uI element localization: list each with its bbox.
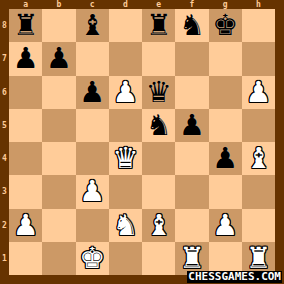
black-rook: ♜ xyxy=(13,9,39,42)
black-knight: ♞ xyxy=(179,9,205,42)
square-a8[interactable]: ♜ xyxy=(9,9,42,42)
black-pawn: ♟ xyxy=(79,76,105,109)
square-h6[interactable]: ♟ xyxy=(242,76,275,109)
square-d5[interactable] xyxy=(109,109,142,142)
square-c4[interactable] xyxy=(76,142,109,175)
black-bishop: ♝ xyxy=(79,9,105,42)
square-f4[interactable] xyxy=(175,142,208,175)
square-b5[interactable] xyxy=(42,109,75,142)
rank-label-7: 7 xyxy=(0,42,9,75)
black-knight: ♞ xyxy=(146,109,172,142)
square-c6[interactable]: ♟ xyxy=(76,76,109,109)
square-e6[interactable]: ♛ xyxy=(142,76,175,109)
square-a1[interactable] xyxy=(9,242,42,275)
file-label-a: a xyxy=(9,0,42,9)
square-a6[interactable] xyxy=(9,76,42,109)
square-e3[interactable] xyxy=(142,175,175,208)
square-d7[interactable] xyxy=(109,42,142,75)
white-bishop: ♝ xyxy=(146,209,172,242)
square-b8[interactable] xyxy=(42,9,75,42)
file-label-d: d xyxy=(109,0,142,9)
square-b6[interactable] xyxy=(42,76,75,109)
square-h8[interactable] xyxy=(242,9,275,42)
white-knight: ♞ xyxy=(112,209,138,242)
chessgames-watermark: CHESSGAMES.COM xyxy=(187,271,282,283)
square-b3[interactable] xyxy=(42,175,75,208)
square-c8[interactable]: ♝ xyxy=(76,9,109,42)
square-a3[interactable] xyxy=(9,175,42,208)
square-b1[interactable] xyxy=(42,242,75,275)
file-labels: abcdefgh xyxy=(9,0,275,9)
square-a5[interactable] xyxy=(9,109,42,142)
square-c3[interactable]: ♟ xyxy=(76,175,109,208)
white-pawn: ♟ xyxy=(245,76,271,109)
square-f8[interactable]: ♞ xyxy=(175,9,208,42)
chess-board: ♜♝♜♞♚♟♟♟♟♛♟♞♟♛♟♝♟♟♞♝♟♚♜♜ xyxy=(9,9,275,275)
white-king: ♚ xyxy=(79,242,105,275)
rank-label-6: 6 xyxy=(0,76,9,109)
square-d4[interactable]: ♛ xyxy=(109,142,142,175)
square-f7[interactable] xyxy=(175,42,208,75)
rank-label-5: 5 xyxy=(0,109,9,142)
square-b4[interactable] xyxy=(42,142,75,175)
square-e8[interactable]: ♜ xyxy=(142,9,175,42)
square-e7[interactable] xyxy=(142,42,175,75)
square-f6[interactable] xyxy=(175,76,208,109)
square-g6[interactable] xyxy=(209,76,242,109)
square-d1[interactable] xyxy=(109,242,142,275)
square-d8[interactable] xyxy=(109,9,142,42)
square-b2[interactable] xyxy=(42,209,75,242)
square-h7[interactable] xyxy=(242,42,275,75)
square-a2[interactable]: ♟ xyxy=(9,209,42,242)
white-pawn: ♟ xyxy=(112,76,138,109)
white-pawn: ♟ xyxy=(13,209,39,242)
square-b7[interactable]: ♟ xyxy=(42,42,75,75)
square-e4[interactable] xyxy=(142,142,175,175)
square-e2[interactable]: ♝ xyxy=(142,209,175,242)
rank-label-3: 3 xyxy=(0,175,9,208)
square-e1[interactable] xyxy=(142,242,175,275)
white-pawn: ♟ xyxy=(212,209,238,242)
square-h2[interactable] xyxy=(242,209,275,242)
white-pawn: ♟ xyxy=(79,175,105,208)
white-queen: ♛ xyxy=(112,142,138,175)
rank-label-1: 1 xyxy=(0,242,9,275)
square-f5[interactable]: ♟ xyxy=(175,109,208,142)
square-g5[interactable] xyxy=(209,109,242,142)
black-rook: ♜ xyxy=(146,9,172,42)
black-pawn: ♟ xyxy=(212,142,238,175)
square-d3[interactable] xyxy=(109,175,142,208)
square-f3[interactable] xyxy=(175,175,208,208)
square-a4[interactable] xyxy=(9,142,42,175)
square-d6[interactable]: ♟ xyxy=(109,76,142,109)
rank-labels: 87654321 xyxy=(0,9,9,275)
chess-diagram: abcdefgh 87654321 ♜♝♜♞♚♟♟♟♟♛♟♞♟♛♟♝♟♟♞♝♟♚… xyxy=(0,0,284,284)
square-c2[interactable] xyxy=(76,209,109,242)
white-bishop: ♝ xyxy=(245,142,271,175)
square-h3[interactable] xyxy=(242,175,275,208)
square-a7[interactable]: ♟ xyxy=(9,42,42,75)
square-g2[interactable]: ♟ xyxy=(209,209,242,242)
file-label-g: g xyxy=(209,0,242,9)
file-label-e: e xyxy=(142,0,175,9)
black-pawn: ♟ xyxy=(179,109,205,142)
square-g7[interactable] xyxy=(209,42,242,75)
file-label-c: c xyxy=(76,0,109,9)
rank-label-4: 4 xyxy=(0,142,9,175)
square-g8[interactable]: ♚ xyxy=(209,9,242,42)
square-e5[interactable]: ♞ xyxy=(142,109,175,142)
file-label-f: f xyxy=(175,0,208,9)
black-king: ♚ xyxy=(212,9,238,42)
square-g3[interactable] xyxy=(209,175,242,208)
rank-label-2: 2 xyxy=(0,209,9,242)
black-queen: ♛ xyxy=(146,76,172,109)
square-h4[interactable]: ♝ xyxy=(242,142,275,175)
square-d2[interactable]: ♞ xyxy=(109,209,142,242)
file-label-b: b xyxy=(42,0,75,9)
file-label-h: h xyxy=(242,0,275,9)
square-g4[interactable]: ♟ xyxy=(209,142,242,175)
square-c1[interactable]: ♚ xyxy=(76,242,109,275)
black-pawn: ♟ xyxy=(46,42,72,75)
rank-label-8: 8 xyxy=(0,9,9,42)
black-pawn: ♟ xyxy=(13,42,39,75)
square-f2[interactable] xyxy=(175,209,208,242)
square-h5[interactable] xyxy=(242,109,275,142)
square-c5[interactable] xyxy=(76,109,109,142)
square-c7[interactable] xyxy=(76,42,109,75)
